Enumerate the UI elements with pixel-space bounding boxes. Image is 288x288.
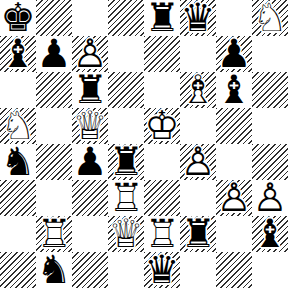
piece-black-knight[interactable]: ♞♞ (0, 144, 36, 180)
square-f6[interactable]: ♝♗ (180, 72, 216, 108)
square-e4[interactable] (144, 144, 180, 180)
square-f2[interactable]: ♜♜ (180, 216, 216, 252)
square-g5[interactable] (216, 108, 252, 144)
square-h8[interactable]: ♞♘ (252, 0, 288, 36)
black-piece-glyph: ♞ (0, 144, 36, 180)
black-piece-glyph: ♝ (252, 216, 288, 252)
square-b1[interactable]: ♞♞ (36, 252, 72, 288)
black-piece-glyph: ♟ (72, 144, 108, 180)
black-piece-glyph: ♝ (0, 36, 36, 72)
square-h6[interactable] (252, 72, 288, 108)
square-c2[interactable] (72, 216, 108, 252)
piece-black-rook[interactable]: ♜♜ (144, 0, 180, 36)
piece-black-queen[interactable]: ♛♛ (144, 252, 180, 288)
square-d1[interactable] (108, 252, 144, 288)
square-h5[interactable] (252, 108, 288, 144)
black-piece-glyph: ♜ (180, 216, 216, 252)
square-a7[interactable]: ♝♝ (0, 36, 36, 72)
square-d8[interactable] (108, 0, 144, 36)
black-piece-glyph: ♛ (180, 0, 216, 36)
piece-black-bishop[interactable]: ♝♝ (0, 36, 36, 72)
piece-black-pawn[interactable]: ♟♟ (72, 144, 108, 180)
square-h1[interactable] (252, 252, 288, 288)
white-piece-glyph: ♘ (252, 0, 288, 36)
square-b4[interactable] (36, 144, 72, 180)
square-g2[interactable] (216, 216, 252, 252)
square-g3[interactable]: ♟♙ (216, 180, 252, 216)
piece-white-king[interactable]: ♚♔ (144, 108, 180, 144)
square-f1[interactable] (180, 252, 216, 288)
square-a4[interactable]: ♞♞ (0, 144, 36, 180)
black-piece-glyph: ♜ (144, 0, 180, 36)
piece-black-rook[interactable]: ♜♜ (180, 216, 216, 252)
square-a3[interactable] (0, 180, 36, 216)
square-a1[interactable] (0, 252, 36, 288)
square-d2[interactable]: ♛♕ (108, 216, 144, 252)
white-piece-glyph: ♔ (144, 108, 180, 144)
chess-board: ♚♚♜♜♛♛♞♘♝♝♟♟♟♙♟♟♜♜♝♗♝♝♞♘♛♕♚♔♞♞♟♟♜♜♟♙♜♖♟♙… (0, 0, 288, 288)
white-piece-glyph: ♙ (180, 144, 216, 180)
square-c3[interactable] (72, 180, 108, 216)
square-e8[interactable]: ♜♜ (144, 0, 180, 36)
square-e1[interactable]: ♛♛ (144, 252, 180, 288)
piece-black-bishop[interactable]: ♝♝ (252, 216, 288, 252)
square-a2[interactable] (0, 216, 36, 252)
square-d7[interactable] (108, 36, 144, 72)
square-d6[interactable] (108, 72, 144, 108)
square-f8[interactable]: ♛♛ (180, 0, 216, 36)
black-piece-glyph: ♛ (144, 252, 180, 288)
white-piece-glyph: ♗ (180, 72, 216, 108)
square-h7[interactable] (252, 36, 288, 72)
piece-white-knight[interactable]: ♞♘ (252, 0, 288, 36)
black-piece-glyph: ♝ (216, 72, 252, 108)
square-f4[interactable]: ♟♙ (180, 144, 216, 180)
square-e7[interactable] (144, 36, 180, 72)
piece-black-queen[interactable]: ♛♛ (180, 0, 216, 36)
piece-white-pawn[interactable]: ♟♙ (216, 180, 252, 216)
square-b5[interactable] (36, 108, 72, 144)
square-c1[interactable] (72, 252, 108, 288)
piece-black-knight[interactable]: ♞♞ (36, 252, 72, 288)
square-h2[interactable]: ♝♝ (252, 216, 288, 252)
square-g1[interactable] (216, 252, 252, 288)
square-b7[interactable]: ♟♟ (36, 36, 72, 72)
black-piece-glyph: ♟ (36, 36, 72, 72)
square-g6[interactable]: ♝♝ (216, 72, 252, 108)
square-b6[interactable] (36, 72, 72, 108)
piece-black-pawn[interactable]: ♟♟ (36, 36, 72, 72)
square-e5[interactable]: ♚♔ (144, 108, 180, 144)
piece-white-bishop[interactable]: ♝♗ (180, 72, 216, 108)
square-c4[interactable]: ♟♟ (72, 144, 108, 180)
piece-white-pawn[interactable]: ♟♙ (180, 144, 216, 180)
piece-white-queen[interactable]: ♛♕ (108, 216, 144, 252)
white-piece-glyph: ♕ (108, 216, 144, 252)
white-piece-glyph: ♙ (216, 180, 252, 216)
piece-black-bishop[interactable]: ♝♝ (216, 72, 252, 108)
black-piece-glyph: ♞ (36, 252, 72, 288)
